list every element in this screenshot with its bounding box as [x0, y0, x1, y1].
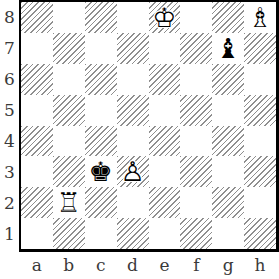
square-c4: [85, 126, 117, 157]
black-bishop-glyph: ♝: [212, 33, 244, 64]
square-d5: [117, 95, 149, 126]
square-d7: [117, 33, 149, 64]
square-e7: [149, 33, 181, 64]
square-a3: [21, 156, 53, 187]
square-d3: ♟♙: [117, 156, 149, 187]
white-rook: ♜♖: [53, 187, 85, 218]
square-c8: [85, 2, 117, 33]
black-bishop: ♝♝: [212, 33, 244, 64]
square-a7: [21, 33, 53, 64]
square-a4: [21, 126, 53, 157]
square-g2: [212, 187, 244, 218]
square-b6: [53, 64, 85, 95]
square-b2: ♜♖: [53, 187, 85, 218]
square-h3: [244, 156, 276, 187]
white-bishop-glyph: ♗: [244, 2, 276, 33]
file-label-c: c: [85, 252, 117, 279]
square-f1: [180, 218, 212, 249]
square-h1: [244, 218, 276, 249]
square-g6: [212, 64, 244, 95]
square-b7: [53, 33, 85, 64]
square-e1: [149, 218, 181, 249]
square-a8: [21, 2, 53, 33]
file-label-b: b: [53, 252, 85, 279]
white-rook-glyph: ♖: [53, 187, 85, 218]
square-a5: [21, 95, 53, 126]
square-f6: [180, 64, 212, 95]
square-h8: ♝♗: [244, 2, 276, 33]
file-labels: abcdefgh: [21, 252, 276, 279]
white-king: ♚♔: [149, 2, 181, 33]
square-h6: [244, 64, 276, 95]
square-e5: [149, 95, 181, 126]
rank-label-7: 7: [0, 33, 19, 64]
square-c3: ♚♚: [85, 156, 117, 187]
square-g8: [212, 2, 244, 33]
square-e6: [149, 64, 181, 95]
rank-label-4: 4: [0, 126, 19, 157]
rank-label-5: 5: [0, 95, 19, 126]
square-e3: [149, 156, 181, 187]
rank-label-6: 6: [0, 64, 19, 95]
black-king: ♚♚: [85, 156, 117, 187]
square-e4: [149, 126, 181, 157]
square-f3: [180, 156, 212, 187]
file-label-f: f: [180, 252, 212, 279]
square-e2: [149, 187, 181, 218]
rank-label-8: 8: [0, 2, 19, 33]
square-h5: [244, 95, 276, 126]
square-g3: [212, 156, 244, 187]
file-label-g: g: [212, 252, 244, 279]
square-a1: [21, 218, 53, 249]
rank-label-1: 1: [0, 218, 19, 249]
square-a6: [21, 64, 53, 95]
rank-label-2: 2: [0, 187, 19, 218]
square-g7: ♝♝: [212, 33, 244, 64]
chess-diagram: 87654321 ♚♔♝♗♝♝♚♚♟♙♜♖ abcdefgh: [0, 0, 279, 279]
square-d8: [117, 2, 149, 33]
rank-label-3: 3: [0, 156, 19, 187]
square-c5: [85, 95, 117, 126]
square-b3: [53, 156, 85, 187]
square-b1: [53, 218, 85, 249]
file-label-a: a: [21, 252, 53, 279]
square-c2: [85, 187, 117, 218]
square-h7: [244, 33, 276, 64]
square-g4: [212, 126, 244, 157]
square-f2: [180, 187, 212, 218]
square-h4: [244, 126, 276, 157]
file-label-d: d: [117, 252, 149, 279]
square-d4: [117, 126, 149, 157]
square-h2: [244, 187, 276, 218]
square-f8: [180, 2, 212, 33]
square-b4: [53, 126, 85, 157]
square-d2: [117, 187, 149, 218]
file-label-e: e: [149, 252, 181, 279]
square-f5: [180, 95, 212, 126]
square-a2: [21, 187, 53, 218]
chess-board: ♚♔♝♗♝♝♚♚♟♙♜♖: [19, 0, 279, 252]
white-pawn: ♟♙: [117, 156, 149, 187]
square-c7: [85, 33, 117, 64]
square-g5: [212, 95, 244, 126]
file-label-h: h: [244, 252, 276, 279]
white-king-glyph: ♔: [149, 2, 181, 33]
white-pawn-glyph: ♙: [117, 156, 149, 187]
square-g1: [212, 218, 244, 249]
black-king-glyph: ♚: [85, 156, 117, 187]
square-c6: [85, 64, 117, 95]
rank-labels: 87654321: [0, 2, 19, 249]
square-e8: ♚♔: [149, 2, 181, 33]
square-d6: [117, 64, 149, 95]
square-c1: [85, 218, 117, 249]
square-b8: [53, 2, 85, 33]
square-b5: [53, 95, 85, 126]
square-d1: [117, 218, 149, 249]
white-bishop: ♝♗: [244, 2, 276, 33]
square-f4: [180, 126, 212, 157]
square-f7: [180, 33, 212, 64]
